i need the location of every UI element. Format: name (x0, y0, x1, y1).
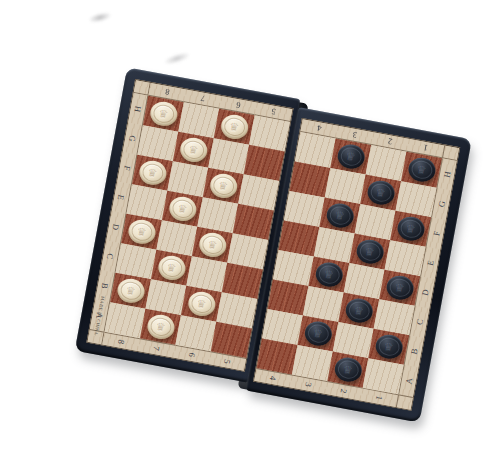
left-coordinate-D-text: D (110, 223, 121, 231)
piece-black-b1[interactable]: ♛ (373, 332, 404, 361)
folding-checkers-board: MADE IN CHINA 8765H♛♛G♛F♛♛E♛D♛♛C♛B♛♛A♛87… (75, 67, 474, 414)
crown-icon: ♛ (217, 180, 229, 193)
background-smudge (87, 10, 112, 25)
piece-white-d8[interactable]: ♛ (126, 217, 157, 246)
piece-black-c2[interactable]: ♛ (343, 296, 374, 325)
crown-icon: ♛ (147, 166, 159, 179)
top-coordinate-6-text: 6 (235, 100, 241, 111)
top-coordinate-3-text: 3 (352, 130, 358, 141)
crown-icon: ♛ (155, 320, 167, 333)
crown-icon: ♛ (375, 186, 387, 199)
crown-icon: ♛ (176, 202, 188, 215)
piece-black-b3[interactable]: ♛ (302, 319, 333, 348)
right-coordinate-B-text: B (409, 348, 420, 355)
crown-icon: ♛ (383, 340, 395, 353)
crown-icon: ♛ (334, 209, 346, 222)
bottom-coordinate-8-text: 8 (116, 339, 127, 345)
crown-icon: ♛ (312, 327, 324, 340)
piece-black-d3[interactable]: ♛ (313, 260, 344, 289)
bottom-coordinate-3-text: 3 (303, 382, 314, 388)
bottom-coordinate-4-text: 4 (268, 375, 279, 381)
square-a8[interactable] (105, 302, 146, 338)
crown-icon: ♛ (136, 225, 148, 238)
square-a2[interactable]: ♛ (327, 352, 368, 388)
piece-white-b8[interactable]: ♛ (115, 276, 146, 305)
top-coordinate-1-text: 1 (422, 143, 428, 154)
piece-black-a2[interactable]: ♛ (332, 355, 363, 384)
square-a5[interactable] (211, 322, 252, 358)
left-coordinate-F-text: F (121, 165, 132, 171)
top-coordinate-8-text: 8 (164, 87, 170, 98)
crown-icon: ♛ (166, 261, 178, 274)
piece-black-e2[interactable]: ♛ (354, 237, 385, 266)
piece-black-f1[interactable]: ♛ (395, 214, 426, 243)
piece-white-h6[interactable]: ♛ (219, 113, 250, 142)
right-coordinate-H-text: H (442, 170, 453, 178)
left-coordinate-B-text: B (100, 282, 111, 289)
piece-black-h1[interactable]: ♛ (406, 155, 437, 184)
square-a1[interactable] (363, 358, 404, 394)
crown-icon: ♛ (195, 298, 207, 311)
crown-icon: ♛ (345, 150, 357, 163)
right-coordinate-C-text: C (414, 318, 425, 325)
piece-black-h3[interactable]: ♛ (335, 142, 366, 171)
square-a4[interactable] (257, 338, 298, 374)
crown-icon: ♛ (125, 284, 137, 297)
left-coordinate-E-text: E (116, 194, 127, 201)
crown-icon: ♛ (323, 268, 335, 281)
piece-white-e7[interactable]: ♛ (167, 194, 198, 223)
crown-icon: ♛ (405, 222, 417, 235)
piece-white-f6[interactable]: ♛ (208, 172, 239, 201)
bottom-coordinate-6-text: 6 (187, 352, 198, 358)
top-coordinate-7-text: 7 (200, 93, 206, 104)
crown-icon: ♛ (228, 121, 240, 134)
crown-icon: ♛ (394, 281, 406, 294)
piece-white-c7[interactable]: ♛ (156, 253, 187, 282)
right-coordinate-D-text: D (420, 288, 431, 296)
piece-white-f8[interactable]: ♛ (137, 158, 168, 187)
bottom-coordinate-1-text: 1 (374, 395, 385, 401)
bottom-coordinate-7-text: 7 (151, 345, 162, 351)
left-coordinate-G-text: G (127, 135, 138, 143)
crown-icon: ♛ (206, 239, 218, 252)
square-a7[interactable]: ♛ (140, 309, 181, 345)
product-photo: MADE IN CHINA 8765H♛♛G♛F♛♛E♛D♛♛C♛B♛♛A♛87… (0, 0, 500, 476)
top-coordinate-5-text: 5 (271, 106, 277, 117)
right-coordinate-G-text: G (436, 200, 447, 208)
piece-black-g2[interactable]: ♛ (365, 178, 396, 207)
right-coordinate-E-text: E (425, 259, 436, 266)
crown-icon: ♛ (157, 107, 169, 120)
crown-icon: ♛ (353, 304, 365, 317)
piece-white-b6[interactable]: ♛ (186, 290, 217, 319)
square-a3[interactable] (292, 345, 333, 381)
right-coordinate-F-text: F (431, 230, 442, 236)
left-coordinate-H-text: H (132, 105, 143, 113)
piece-white-d6[interactable]: ♛ (197, 231, 228, 260)
bottom-coordinate-5-text: 5 (222, 358, 233, 364)
crown-icon: ♛ (187, 143, 199, 156)
crown-icon: ♛ (364, 245, 376, 258)
left-coordinate-C-text: C (105, 253, 116, 260)
top-coordinate-4-text: 4 (316, 123, 322, 134)
piece-white-g7[interactable]: ♛ (178, 136, 209, 165)
background-smudge (162, 50, 191, 67)
crown-icon: ♛ (342, 363, 354, 376)
piece-white-h8[interactable]: ♛ (148, 99, 179, 128)
piece-black-f3[interactable]: ♛ (324, 201, 355, 230)
bottom-coordinate-2-text: 2 (338, 388, 349, 394)
margin-corner (396, 394, 413, 410)
square-a6[interactable] (175, 315, 216, 351)
top-coordinate-2-text: 2 (387, 136, 393, 147)
right-coordinate-A-text: A (403, 377, 414, 385)
crown-icon: ♛ (416, 163, 428, 176)
piece-black-d1[interactable]: ♛ (384, 273, 415, 302)
piece-white-a7[interactable]: ♛ (145, 312, 176, 341)
